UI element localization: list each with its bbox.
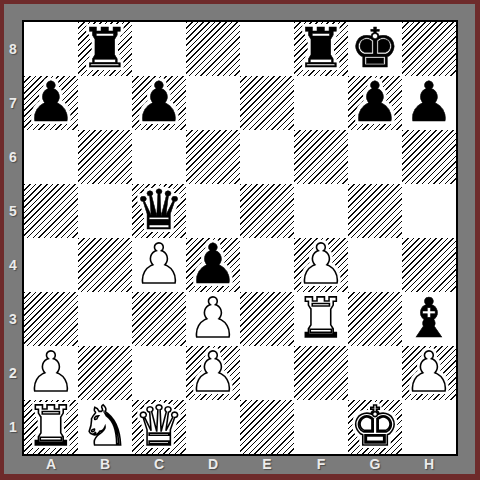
- square-h2[interactable]: ♟: [402, 346, 456, 400]
- piece-black-king[interactable]: ♚: [350, 21, 399, 76]
- rank-label: 4: [4, 238, 22, 292]
- square-a5[interactable]: [24, 184, 78, 238]
- square-a3[interactable]: [24, 292, 78, 346]
- rank-label: 8: [4, 22, 22, 76]
- piece-black-pawn[interactable]: ♟: [26, 75, 75, 130]
- piece-black-queen[interactable]: ♛: [134, 183, 183, 238]
- square-b7[interactable]: [78, 76, 132, 130]
- square-e7[interactable]: [240, 76, 294, 130]
- square-d4[interactable]: ♟: [186, 238, 240, 292]
- square-g8[interactable]: ♚: [348, 22, 402, 76]
- square-c8[interactable]: [132, 22, 186, 76]
- square-a8[interactable]: [24, 22, 78, 76]
- square-d1[interactable]: [186, 400, 240, 454]
- square-c6[interactable]: [132, 130, 186, 184]
- chess-diagram: 87654321 ♜♜♚♟♟♟♟♛♟♟♟♟♜♝♟♟♟♜♞♛♚ ABCDEFGH: [0, 0, 480, 480]
- piece-white-pawn[interactable]: ♟: [404, 345, 453, 400]
- file-label: A: [24, 456, 78, 473]
- piece-white-pawn[interactable]: ♟: [26, 345, 75, 400]
- file-label: B: [78, 456, 132, 473]
- square-c5[interactable]: ♛: [132, 184, 186, 238]
- square-e2[interactable]: [240, 346, 294, 400]
- square-d2[interactable]: ♟: [186, 346, 240, 400]
- square-h8[interactable]: [402, 22, 456, 76]
- piece-white-pawn[interactable]: ♟: [188, 345, 237, 400]
- square-c2[interactable]: [132, 346, 186, 400]
- square-g2[interactable]: [348, 346, 402, 400]
- piece-white-queen[interactable]: ♛: [134, 399, 183, 454]
- square-h7[interactable]: ♟: [402, 76, 456, 130]
- rank-label: 1: [4, 400, 22, 454]
- square-a2[interactable]: ♟: [24, 346, 78, 400]
- square-g7[interactable]: ♟: [348, 76, 402, 130]
- square-e4[interactable]: [240, 238, 294, 292]
- file-label: D: [186, 456, 240, 473]
- square-d3[interactable]: ♟: [186, 292, 240, 346]
- square-d8[interactable]: [186, 22, 240, 76]
- square-e6[interactable]: [240, 130, 294, 184]
- piece-black-rook[interactable]: ♜: [296, 21, 345, 76]
- square-f2[interactable]: [294, 346, 348, 400]
- piece-white-rook[interactable]: ♜: [26, 399, 75, 454]
- rank-labels: 87654321: [4, 22, 22, 454]
- file-label: H: [402, 456, 456, 473]
- piece-white-pawn[interactable]: ♟: [296, 237, 345, 292]
- piece-white-rook[interactable]: ♜: [296, 291, 345, 346]
- square-c1[interactable]: ♛: [132, 400, 186, 454]
- file-label: G: [348, 456, 402, 473]
- square-g3[interactable]: [348, 292, 402, 346]
- piece-white-pawn[interactable]: ♟: [188, 291, 237, 346]
- square-h5[interactable]: [402, 184, 456, 238]
- square-h1[interactable]: [402, 400, 456, 454]
- square-g1[interactable]: ♚: [348, 400, 402, 454]
- rank-label: 5: [4, 184, 22, 238]
- square-h4[interactable]: [402, 238, 456, 292]
- square-b2[interactable]: [78, 346, 132, 400]
- square-d6[interactable]: [186, 130, 240, 184]
- square-e1[interactable]: [240, 400, 294, 454]
- file-labels: ABCDEFGH: [24, 456, 456, 473]
- square-f8[interactable]: ♜: [294, 22, 348, 76]
- square-e3[interactable]: [240, 292, 294, 346]
- square-e8[interactable]: [240, 22, 294, 76]
- file-label: C: [132, 456, 186, 473]
- square-a7[interactable]: ♟: [24, 76, 78, 130]
- square-f3[interactable]: ♜: [294, 292, 348, 346]
- square-f4[interactable]: ♟: [294, 238, 348, 292]
- square-a6[interactable]: [24, 130, 78, 184]
- square-a1[interactable]: ♜: [24, 400, 78, 454]
- file-label: F: [294, 456, 348, 473]
- square-b8[interactable]: ♜: [78, 22, 132, 76]
- square-g5[interactable]: [348, 184, 402, 238]
- square-f1[interactable]: [294, 400, 348, 454]
- square-d7[interactable]: [186, 76, 240, 130]
- piece-black-pawn[interactable]: ♟: [134, 75, 183, 130]
- square-a4[interactable]: [24, 238, 78, 292]
- square-c3[interactable]: [132, 292, 186, 346]
- piece-black-pawn[interactable]: ♟: [350, 75, 399, 130]
- square-b4[interactable]: [78, 238, 132, 292]
- piece-white-pawn[interactable]: ♟: [134, 237, 183, 292]
- square-c7[interactable]: ♟: [132, 76, 186, 130]
- square-b3[interactable]: [78, 292, 132, 346]
- piece-black-bishop[interactable]: ♝: [404, 291, 453, 346]
- piece-black-rook[interactable]: ♜: [80, 21, 129, 76]
- square-g4[interactable]: [348, 238, 402, 292]
- square-h3[interactable]: ♝: [402, 292, 456, 346]
- rank-label: 3: [4, 292, 22, 346]
- square-h6[interactable]: [402, 130, 456, 184]
- square-c4[interactable]: ♟: [132, 238, 186, 292]
- rank-label: 2: [4, 346, 22, 400]
- square-d5[interactable]: [186, 184, 240, 238]
- square-b5[interactable]: [78, 184, 132, 238]
- square-f7[interactable]: [294, 76, 348, 130]
- piece-black-pawn[interactable]: ♟: [404, 75, 453, 130]
- rank-label: 6: [4, 130, 22, 184]
- square-b1[interactable]: ♞: [78, 400, 132, 454]
- piece-black-pawn[interactable]: ♟: [188, 237, 237, 292]
- file-label: E: [240, 456, 294, 473]
- piece-white-king[interactable]: ♚: [350, 399, 399, 454]
- square-f6[interactable]: [294, 130, 348, 184]
- chess-board: ♜♜♚♟♟♟♟♛♟♟♟♟♜♝♟♟♟♜♞♛♚: [22, 20, 458, 456]
- piece-white-knight[interactable]: ♞: [80, 399, 129, 454]
- square-b6[interactable]: [78, 130, 132, 184]
- square-g6[interactable]: [348, 130, 402, 184]
- square-e5[interactable]: [240, 184, 294, 238]
- square-f5[interactable]: [294, 184, 348, 238]
- rank-label: 7: [4, 76, 22, 130]
